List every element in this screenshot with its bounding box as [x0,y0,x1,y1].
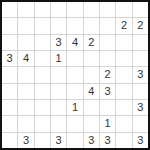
cell-clue: 2 [100,67,115,82]
cell-empty[interactable] [116,35,131,50]
cell-empty[interactable] [35,35,50,50]
cell-empty[interactable] [84,116,99,131]
cell-empty[interactable] [2,18,17,33]
cell-clue: 1 [100,116,115,131]
cell-empty[interactable] [67,18,82,33]
cell-empty[interactable] [18,84,33,99]
minesweeper-board: 22342341234313133333 [0,0,150,150]
cell-empty[interactable] [18,116,33,131]
cell-empty[interactable] [67,2,82,17]
cell-empty[interactable] [51,18,66,33]
cell-empty[interactable] [51,84,66,99]
cell-empty[interactable] [67,84,82,99]
cell-empty[interactable] [18,2,33,17]
cell-empty[interactable] [84,51,99,66]
cell-clue: 2 [116,18,131,33]
cell-empty[interactable] [84,67,99,82]
cell-empty[interactable] [67,51,82,66]
cell-empty[interactable] [35,51,50,66]
cell-empty[interactable] [18,67,33,82]
cell-empty[interactable] [116,116,131,131]
cell-clue: 3 [2,51,17,66]
cell-empty[interactable] [116,51,131,66]
cell-empty[interactable] [133,51,148,66]
cell-empty[interactable] [67,116,82,131]
cell-clue: 2 [133,18,148,33]
cell-clue: 1 [67,100,82,115]
cell-clue: 3 [133,100,148,115]
cell-clue: 3 [133,67,148,82]
cell-empty[interactable] [67,133,82,148]
cell-clue: 1 [51,51,66,66]
cell-empty[interactable] [133,116,148,131]
cell-empty[interactable] [2,133,17,148]
cell-empty[interactable] [2,2,17,17]
cell-clue: 4 [84,84,99,99]
cell-clue: 3 [51,35,66,50]
cell-empty[interactable] [2,84,17,99]
cell-empty[interactable] [133,84,148,99]
cell-empty[interactable] [2,67,17,82]
cell-empty[interactable] [18,18,33,33]
cell-empty[interactable] [51,116,66,131]
cell-empty[interactable] [100,2,115,17]
cell-clue: 3 [133,133,148,148]
cell-empty[interactable] [18,100,33,115]
cell-empty[interactable] [116,2,131,17]
cell-clue: 3 [51,133,66,148]
cell-clue: 3 [84,133,99,148]
cell-empty[interactable] [116,133,131,148]
cell-empty[interactable] [51,100,66,115]
cell-empty[interactable] [116,84,131,99]
cell-empty[interactable] [84,100,99,115]
cell-empty[interactable] [100,100,115,115]
cell-empty[interactable] [116,100,131,115]
cell-empty[interactable] [133,2,148,17]
cell-empty[interactable] [2,100,17,115]
cell-empty[interactable] [35,116,50,131]
cell-clue: 2 [84,35,99,50]
cell-empty[interactable] [35,133,50,148]
cell-empty[interactable] [35,84,50,99]
cell-empty[interactable] [67,67,82,82]
cell-empty[interactable] [100,35,115,50]
cell-clue: 3 [100,133,115,148]
cell-empty[interactable] [2,116,17,131]
cell-clue: 4 [67,35,82,50]
cell-empty[interactable] [18,35,33,50]
cell-empty[interactable] [35,2,50,17]
cell-empty[interactable] [2,35,17,50]
cell-empty[interactable] [100,51,115,66]
cell-empty[interactable] [133,35,148,50]
cell-empty[interactable] [35,67,50,82]
cell-clue: 3 [100,84,115,99]
cell-clue: 4 [18,51,33,66]
cell-empty[interactable] [51,67,66,82]
cell-clue: 3 [18,133,33,148]
cell-empty[interactable] [84,18,99,33]
cell-empty[interactable] [51,2,66,17]
cell-empty[interactable] [84,2,99,17]
cell-empty[interactable] [116,67,131,82]
cell-empty[interactable] [35,18,50,33]
cell-empty[interactable] [35,100,50,115]
cell-empty[interactable] [100,18,115,33]
